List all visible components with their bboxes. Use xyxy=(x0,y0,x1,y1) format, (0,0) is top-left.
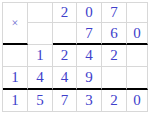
grid-cell: 7 xyxy=(53,90,77,112)
multiplication-grid: × 2 0 7 7 6 0 1 2 4 2 1 4 4 9 1 5 7 3 2 … xyxy=(2,2,148,112)
grid-cell xyxy=(53,23,77,45)
grid-cell: 1 xyxy=(3,67,28,90)
grid-cell xyxy=(28,23,53,45)
grid-cell: 7 xyxy=(102,3,127,23)
grid-cell: 2 xyxy=(102,90,127,112)
grid-cell: 4 xyxy=(77,45,102,67)
grid-cell: 3 xyxy=(77,90,102,112)
grid-cell: 4 xyxy=(28,67,53,90)
grid-cell xyxy=(127,45,148,67)
grid-cell: 9 xyxy=(77,67,102,90)
grid-cell xyxy=(127,3,148,23)
grid-cell xyxy=(127,67,148,90)
grid-cell: 0 xyxy=(77,3,102,23)
grid-cell: 5 xyxy=(28,90,53,112)
grid-cell xyxy=(3,45,28,67)
grid-cell: 2 xyxy=(53,3,77,23)
grid-cell xyxy=(28,3,53,23)
grid-cell: 0 xyxy=(127,23,148,45)
grid-cell: 7 xyxy=(77,23,102,45)
grid-cell: 1 xyxy=(28,45,53,67)
grid-cell: 2 xyxy=(53,45,77,67)
grid-cell xyxy=(102,67,127,90)
grid-cell: 4 xyxy=(53,67,77,90)
grid-cell: 1 xyxy=(3,90,28,112)
grid-cell: 2 xyxy=(102,45,127,67)
multiply-operator: × xyxy=(3,3,28,45)
grid-cell: 6 xyxy=(102,23,127,45)
grid-cell: 0 xyxy=(127,90,148,112)
